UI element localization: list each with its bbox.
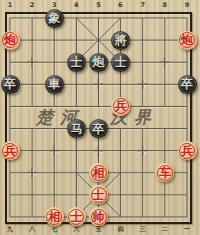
piece-glyph: 帅 (93, 211, 105, 223)
piece-red-cannon[interactable]: 炮 (1, 31, 20, 50)
file-label-top: 3 (52, 1, 57, 9)
file-label-top: 1 (8, 1, 13, 9)
file-label-bottom: 四 (118, 225, 124, 233)
file-label-bottom: 三 (140, 225, 146, 233)
file-label-top: 9 (185, 1, 190, 9)
piece-glyph: 卒 (93, 123, 105, 135)
piece-red-soldier[interactable]: 兵 (111, 97, 130, 116)
piece-black-cannon[interactable]: 炮 (89, 53, 108, 72)
piece-glyph: 车 (159, 167, 171, 179)
piece-glyph: 兵 (4, 145, 16, 157)
piece-red-soldier[interactable]: 兵 (1, 141, 20, 160)
piece-glyph: 卒 (181, 78, 193, 90)
piece-black-advisor[interactable]: 士 (111, 53, 130, 72)
piece-black-elephant[interactable]: 象 (45, 9, 64, 28)
file-label-bottom: 二 (162, 225, 168, 233)
piece-black-soldier[interactable]: 卒 (1, 75, 20, 94)
file-label-bottom: 八 (29, 225, 35, 233)
file-label-bottom: 九 (7, 225, 13, 233)
piece-glyph: 士 (115, 56, 127, 68)
piece-glyph: 相 (93, 167, 105, 179)
piece-glyph: 炮 (4, 34, 16, 46)
piece-black-soldier[interactable]: 卒 (178, 75, 197, 94)
piece-glyph: 相 (48, 211, 60, 223)
file-label-top: 8 (163, 1, 168, 9)
piece-black-soldier[interactable]: 卒 (89, 119, 108, 138)
piece-red-soldier[interactable]: 兵 (178, 141, 197, 160)
piece-glyph: 卒 (4, 78, 16, 90)
piece-glyph: 車 (48, 78, 60, 90)
piece-glyph: 炮 (93, 56, 105, 68)
file-label-top: 4 (74, 1, 79, 9)
piece-glyph: 士 (70, 211, 82, 223)
piece-black-general[interactable]: 將 (111, 31, 130, 50)
piece-glyph: 马 (70, 123, 82, 135)
piece-black-horse[interactable]: 马 (67, 119, 86, 138)
file-label-top: 7 (140, 1, 145, 9)
piece-glyph: 象 (48, 12, 60, 24)
piece-black-advisor[interactable]: 士 (67, 53, 86, 72)
piece-black-chariot[interactable]: 車 (45, 75, 64, 94)
piece-glyph: 兵 (115, 100, 127, 112)
piece-glyph: 將 (115, 34, 127, 46)
piece-glyph: 兵 (181, 145, 193, 157)
file-label-top: 5 (96, 1, 101, 9)
piece-glyph: 炮 (181, 34, 193, 46)
file-label-bottom: 五 (96, 225, 102, 233)
piece-glyph: 士 (70, 56, 82, 68)
piece-glyph: 士 (93, 189, 105, 201)
file-label-bottom: 六 (73, 225, 79, 233)
file-label-bottom: 一 (184, 225, 190, 233)
file-label-bottom: 七 (51, 225, 57, 233)
file-label-top: 2 (30, 1, 35, 9)
xiangqi-board: 楚河 汉界 123456789 九八七六五四三二一 象炮將炮士炮士卒車卒兵马卒兵… (0, 0, 200, 235)
piece-red-cannon[interactable]: 炮 (178, 31, 197, 50)
file-label-top: 6 (118, 1, 123, 9)
